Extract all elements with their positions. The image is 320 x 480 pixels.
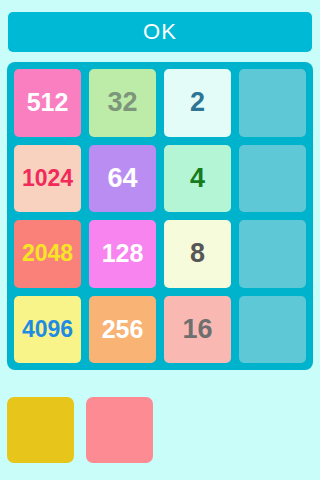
tile-256: 256 <box>89 296 156 364</box>
tile-16: 16 <box>164 296 231 364</box>
board-grid-2048[interactable]: 512322102464420481288409625616 <box>7 62 313 370</box>
empty-cell <box>239 69 306 137</box>
empty-cell <box>239 296 306 364</box>
tile-64: 64 <box>89 145 156 213</box>
tile-128: 128 <box>89 220 156 288</box>
empty-cell <box>239 220 306 288</box>
tile-512: 512 <box>14 69 81 137</box>
pink-swatch[interactable] <box>86 397 153 463</box>
tile-32: 32 <box>89 69 156 137</box>
ok-button[interactable]: OK <box>8 12 312 52</box>
tile-8: 8 <box>164 220 231 288</box>
yellow-swatch[interactable] <box>7 397 74 463</box>
empty-cell <box>239 145 306 213</box>
tile-4096: 4096 <box>14 296 81 364</box>
tile-1024: 1024 <box>14 145 81 213</box>
tile-2: 2 <box>164 69 231 137</box>
tile-4: 4 <box>164 145 231 213</box>
tile-2048: 2048 <box>14 220 81 288</box>
